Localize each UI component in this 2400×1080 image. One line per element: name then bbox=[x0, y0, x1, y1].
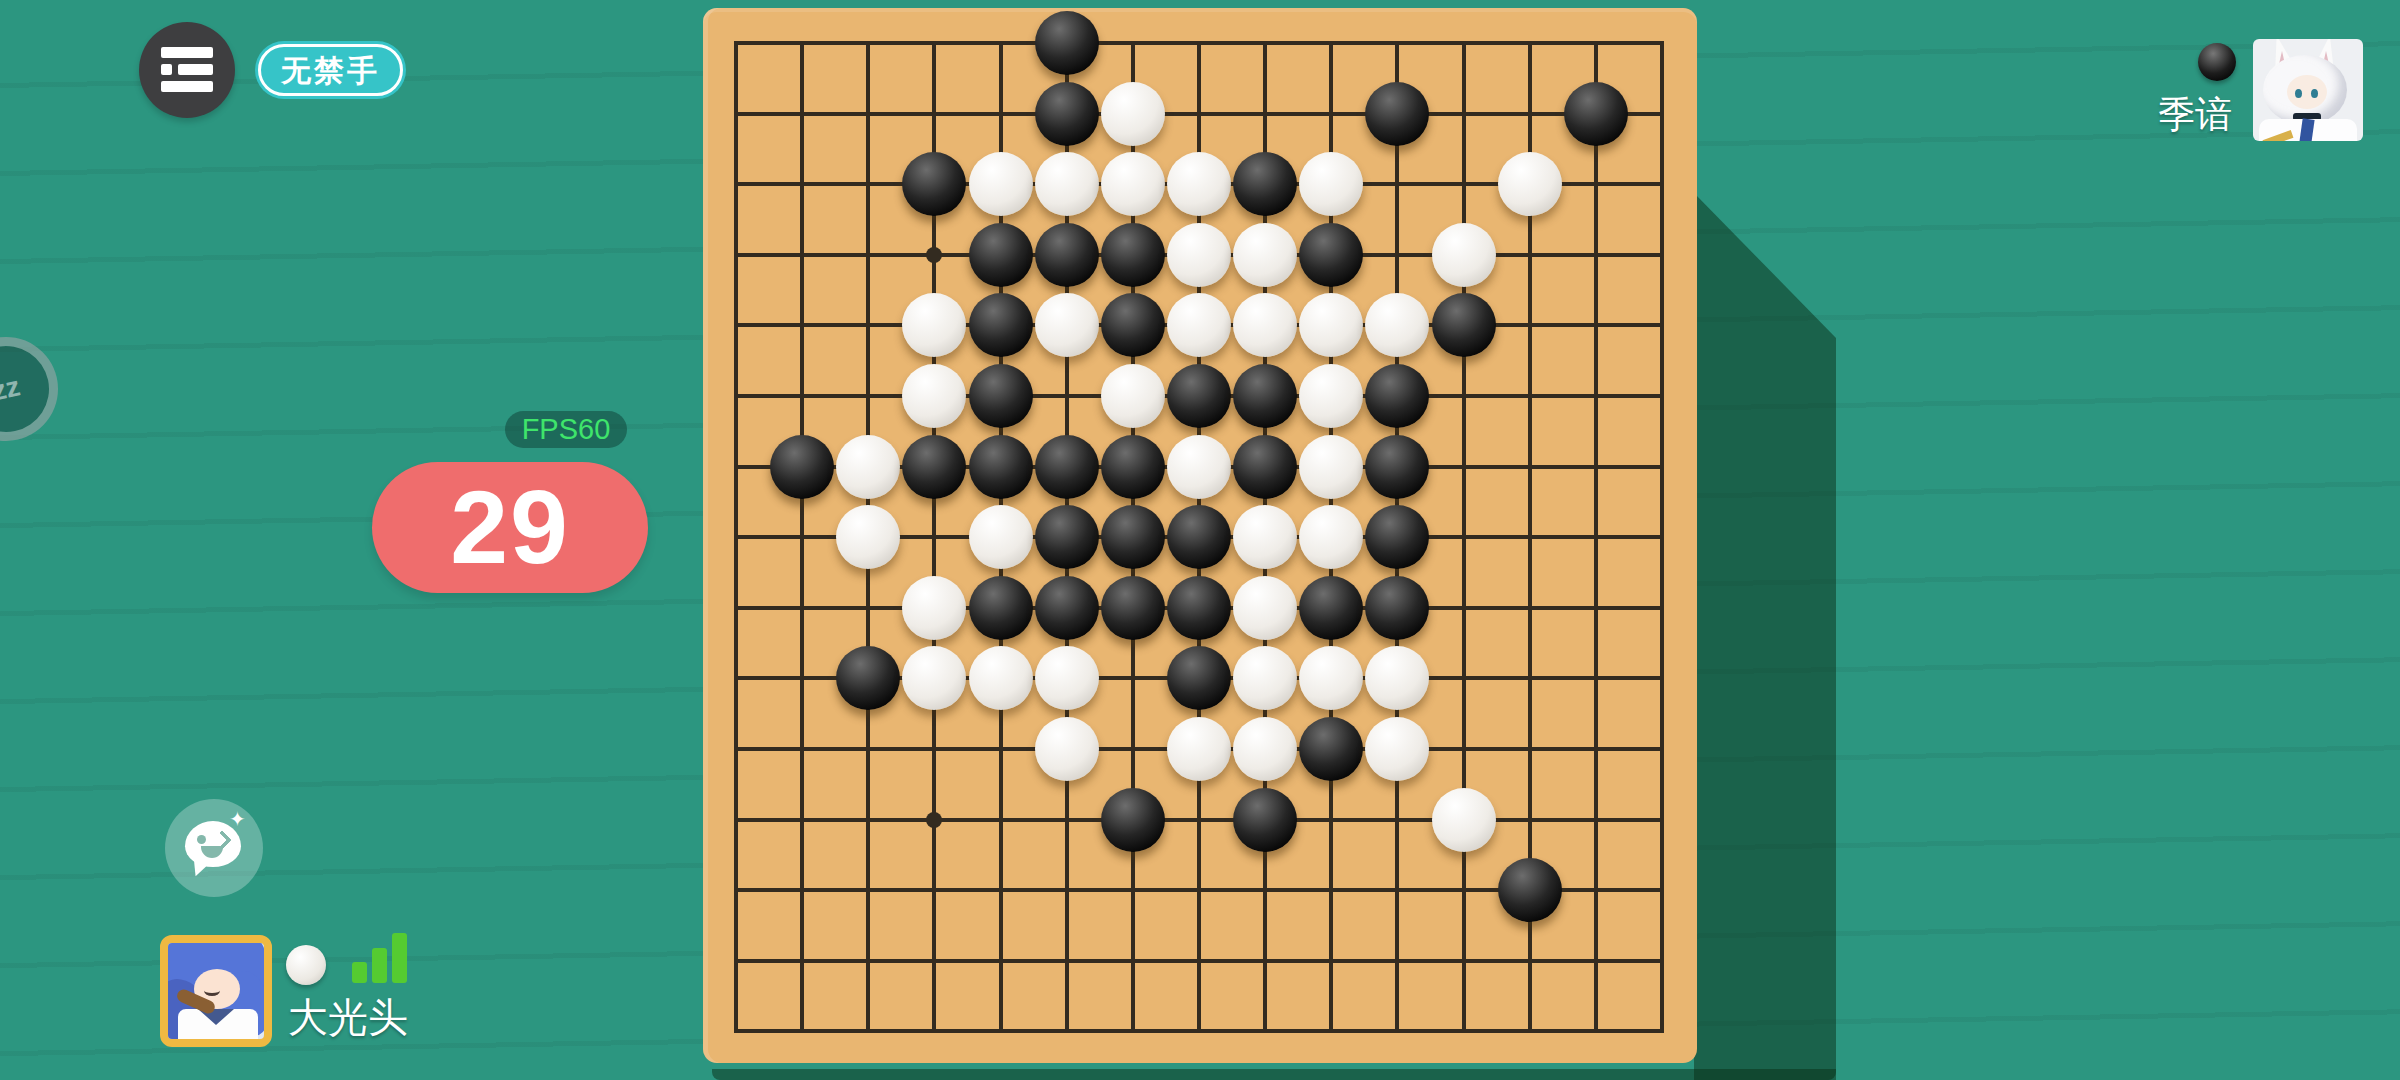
black-stone bbox=[1101, 576, 1165, 640]
white-stone bbox=[1432, 788, 1496, 852]
grid-line-vertical bbox=[1462, 41, 1466, 1033]
white-stone bbox=[1035, 646, 1099, 710]
gomoku-board[interactable] bbox=[703, 8, 1697, 1063]
black-stone bbox=[1035, 82, 1099, 146]
black-stone bbox=[969, 223, 1033, 287]
white-stone bbox=[1167, 717, 1231, 781]
away-indicator[interactable]: zz bbox=[0, 327, 68, 450]
white-stone bbox=[1233, 505, 1297, 569]
black-stone bbox=[1101, 505, 1165, 569]
white-stone bbox=[969, 152, 1033, 216]
star-point bbox=[926, 812, 942, 828]
white-stone bbox=[1365, 293, 1429, 357]
black-stone bbox=[1101, 435, 1165, 499]
white-stone bbox=[902, 576, 966, 640]
black-stone bbox=[1564, 82, 1628, 146]
black-stone bbox=[770, 435, 834, 499]
black-stone bbox=[1101, 788, 1165, 852]
white-stone bbox=[1233, 293, 1297, 357]
black-stone bbox=[836, 646, 900, 710]
white-stone bbox=[1167, 152, 1231, 216]
black-stone bbox=[1498, 858, 1562, 922]
white-stone bbox=[1101, 152, 1165, 216]
white-stone bbox=[1233, 223, 1297, 287]
black-stone bbox=[969, 293, 1033, 357]
fps-badge: FPS60 bbox=[505, 411, 627, 448]
white-stone bbox=[1299, 152, 1363, 216]
white-stone bbox=[836, 435, 900, 499]
rule-badge: 无禁手 bbox=[258, 44, 403, 96]
grid-line-horizontal bbox=[734, 818, 1664, 822]
black-stone bbox=[1233, 152, 1297, 216]
white-stone bbox=[1299, 505, 1363, 569]
white-stone bbox=[1167, 223, 1231, 287]
rule-badge-label: 无禁手 bbox=[281, 51, 380, 92]
white-stone bbox=[1299, 646, 1363, 710]
menu-button[interactable] bbox=[139, 22, 235, 118]
black-stone bbox=[1365, 576, 1429, 640]
black-stone bbox=[969, 364, 1033, 428]
player-white-stone-icon bbox=[286, 945, 326, 985]
black-stone bbox=[1365, 505, 1429, 569]
white-stone bbox=[969, 646, 1033, 710]
white-stone bbox=[1167, 435, 1231, 499]
move-timer: 29 bbox=[372, 462, 648, 593]
white-stone bbox=[902, 293, 966, 357]
black-stone bbox=[1167, 646, 1231, 710]
hamburger-menu-icon bbox=[161, 47, 213, 93]
black-stone bbox=[969, 576, 1033, 640]
black-stone bbox=[1167, 505, 1231, 569]
black-stone bbox=[1233, 364, 1297, 428]
white-stone bbox=[1299, 364, 1363, 428]
white-stone bbox=[1365, 646, 1429, 710]
black-stone bbox=[1233, 435, 1297, 499]
away-indicator-label: zz bbox=[0, 370, 23, 407]
black-stone bbox=[1233, 788, 1297, 852]
opponent-name: 季谙 bbox=[2158, 90, 2232, 140]
chat-bubble-tail bbox=[189, 859, 209, 879]
star-point bbox=[926, 247, 942, 263]
game-background: 无禁手 zz FPS60 29 ✦ 大光头 季谙 bbox=[0, 0, 2400, 1080]
grid-line-vertical bbox=[1594, 41, 1598, 1033]
black-stone bbox=[1299, 576, 1363, 640]
white-stone bbox=[1167, 293, 1231, 357]
black-stone bbox=[1101, 223, 1165, 287]
white-stone bbox=[902, 646, 966, 710]
white-stone bbox=[1299, 435, 1363, 499]
black-stone bbox=[1035, 505, 1099, 569]
white-stone bbox=[1233, 717, 1297, 781]
black-stone bbox=[1035, 223, 1099, 287]
opponent-black-stone-icon bbox=[2198, 43, 2236, 81]
white-stone bbox=[836, 505, 900, 569]
black-stone bbox=[1035, 435, 1099, 499]
white-stone bbox=[1101, 364, 1165, 428]
black-stone bbox=[1365, 435, 1429, 499]
board-shadow-bottom bbox=[712, 1069, 1836, 1080]
white-stone bbox=[1233, 646, 1297, 710]
white-stone bbox=[1101, 82, 1165, 146]
black-stone bbox=[1035, 11, 1099, 75]
black-stone bbox=[1299, 717, 1363, 781]
black-stone bbox=[1101, 293, 1165, 357]
white-stone bbox=[1432, 223, 1496, 287]
player-avatar[interactable] bbox=[160, 935, 272, 1047]
black-stone bbox=[902, 435, 966, 499]
white-stone bbox=[902, 364, 966, 428]
white-stone bbox=[969, 505, 1033, 569]
black-stone bbox=[1167, 364, 1231, 428]
black-stone bbox=[1167, 576, 1231, 640]
grid-line-horizontal bbox=[734, 1029, 1664, 1033]
black-stone bbox=[1365, 364, 1429, 428]
white-stone bbox=[1035, 152, 1099, 216]
fps-label: FPS60 bbox=[522, 413, 611, 446]
chat-button[interactable]: ✦ bbox=[165, 799, 263, 897]
black-stone bbox=[969, 435, 1033, 499]
signal-strength-icon bbox=[352, 933, 408, 983]
player-name: 大光头 bbox=[288, 990, 408, 1045]
black-stone bbox=[1035, 576, 1099, 640]
opponent-avatar[interactable] bbox=[2253, 39, 2363, 141]
white-stone bbox=[1299, 293, 1363, 357]
move-timer-value: 29 bbox=[450, 468, 570, 587]
white-stone bbox=[1233, 576, 1297, 640]
black-stone bbox=[1299, 223, 1363, 287]
white-stone bbox=[1035, 293, 1099, 357]
black-stone bbox=[1432, 293, 1496, 357]
sparkle-icon: ✦ bbox=[229, 807, 246, 831]
black-stone bbox=[1365, 82, 1429, 146]
grid-line-vertical bbox=[1660, 41, 1664, 1033]
white-stone bbox=[1365, 717, 1429, 781]
white-stone bbox=[1498, 152, 1562, 216]
grid-line-horizontal bbox=[734, 959, 1664, 963]
black-stone bbox=[902, 152, 966, 216]
white-stone bbox=[1035, 717, 1099, 781]
